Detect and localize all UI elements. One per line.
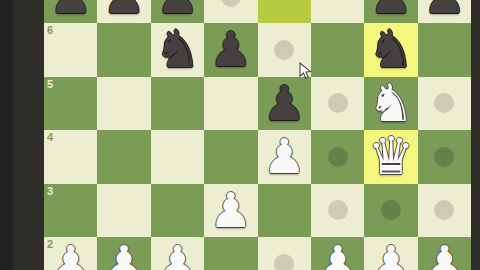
square-f2[interactable]: ♟	[311, 237, 364, 270]
black-pawn-d6[interactable]: ♟	[204, 23, 257, 76]
move-hint-dot-e2[interactable]	[274, 254, 294, 270]
square-b7[interactable]: ♟	[97, 0, 150, 23]
square-f6[interactable]	[311, 23, 364, 76]
square-a5[interactable]: 5	[44, 77, 97, 130]
move-hint-dot-d7[interactable]	[221, 0, 241, 7]
square-b4[interactable]	[97, 130, 150, 183]
square-h4[interactable]	[418, 130, 471, 183]
square-h2[interactable]: ♟	[418, 237, 471, 270]
square-g4[interactable]: ♛	[364, 130, 417, 183]
square-d2[interactable]	[204, 237, 257, 270]
move-hint-dot-f5[interactable]	[328, 93, 348, 113]
square-g5[interactable]: ♞	[364, 77, 417, 130]
square-e3[interactable]	[258, 184, 311, 237]
black-knight-g6[interactable]: ♞	[364, 23, 417, 76]
square-d4[interactable]	[204, 130, 257, 183]
white-pawn-g2[interactable]: ♟	[364, 237, 417, 270]
square-f5[interactable]	[311, 77, 364, 130]
black-pawn-b7[interactable]: ♟	[97, 0, 150, 23]
square-f4[interactable]	[311, 130, 364, 183]
square-h7[interactable]: ♟	[418, 0, 471, 23]
square-a2[interactable]: 2♟	[44, 237, 97, 270]
square-g3[interactable]	[364, 184, 417, 237]
square-c6[interactable]: ♞	[151, 23, 204, 76]
page-background-left	[0, 0, 44, 270]
rank-label-4: 4	[47, 131, 53, 143]
black-pawn-h7[interactable]: ♟	[418, 0, 471, 23]
square-e2[interactable]	[258, 237, 311, 270]
square-c3[interactable]	[151, 184, 204, 237]
square-d6[interactable]: ♟	[204, 23, 257, 76]
square-a7[interactable]: ♟	[44, 0, 97, 23]
square-b3[interactable]	[97, 184, 150, 237]
white-pawn-a2[interactable]: ♟	[44, 237, 97, 270]
white-pawn-b2[interactable]: ♟	[97, 237, 150, 270]
move-hint-dot-f4[interactable]	[328, 147, 348, 167]
square-h5[interactable]	[418, 77, 471, 130]
square-b5[interactable]	[97, 77, 150, 130]
move-hint-dot-h4[interactable]	[434, 147, 454, 167]
move-hint-dot-e6[interactable]	[274, 40, 294, 60]
white-pawn-d3[interactable]: ♟	[204, 184, 257, 237]
white-pawn-e4[interactable]: ♟	[258, 130, 311, 183]
square-a3[interactable]: 3	[44, 184, 97, 237]
square-b6[interactable]	[97, 23, 150, 76]
square-c2[interactable]: ♟	[151, 237, 204, 270]
square-d3[interactable]: ♟	[204, 184, 257, 237]
white-knight-g5[interactable]: ♞	[364, 77, 417, 130]
white-queen-g4[interactable]: ♛	[364, 130, 417, 183]
black-pawn-e5[interactable]: ♟	[258, 77, 311, 130]
move-hint-dot-h3[interactable]	[434, 200, 454, 220]
square-f7[interactable]	[311, 0, 364, 23]
page-background-right	[471, 0, 480, 270]
black-knight-c6[interactable]: ♞	[151, 23, 204, 76]
square-d7[interactable]	[204, 0, 257, 23]
square-h3[interactable]	[418, 184, 471, 237]
square-h6[interactable]	[418, 23, 471, 76]
rank-label-3: 3	[47, 185, 53, 197]
black-pawn-a7[interactable]: ♟	[44, 0, 97, 23]
square-e4[interactable]: ♟	[258, 130, 311, 183]
square-c4[interactable]	[151, 130, 204, 183]
square-b2[interactable]: ♟	[97, 237, 150, 270]
square-e7[interactable]	[258, 0, 311, 23]
rank-label-6: 6	[47, 24, 53, 36]
square-g6[interactable]: ♞	[364, 23, 417, 76]
square-f3[interactable]	[311, 184, 364, 237]
move-hint-dot-f3[interactable]	[328, 200, 348, 220]
chess-board: ♟♟♟♟♟6♞♟♞5♟♞4♟♛3♟2♟♟♟♟♟♟	[44, 0, 471, 270]
square-d5[interactable]	[204, 77, 257, 130]
rank-label-5: 5	[47, 78, 53, 90]
white-pawn-c2[interactable]: ♟	[151, 237, 204, 270]
square-g2[interactable]: ♟	[364, 237, 417, 270]
square-c5[interactable]	[151, 77, 204, 130]
square-a6[interactable]: 6	[44, 23, 97, 76]
white-pawn-h2[interactable]: ♟	[418, 237, 471, 270]
square-a4[interactable]: 4	[44, 130, 97, 183]
square-e6[interactable]	[258, 23, 311, 76]
move-hint-dot-h5[interactable]	[434, 93, 454, 113]
move-hint-dot-g3[interactable]	[381, 200, 401, 220]
white-pawn-f2[interactable]: ♟	[311, 237, 364, 270]
square-e5[interactable]: ♟	[258, 77, 311, 130]
